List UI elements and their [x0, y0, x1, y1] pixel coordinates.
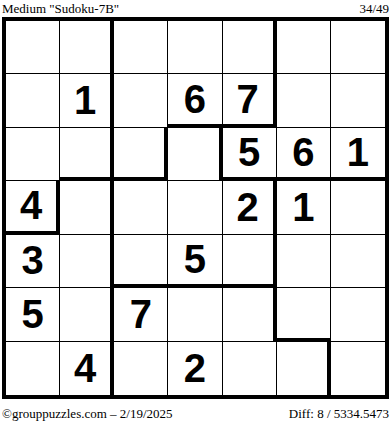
cell-r6c6[interactable] [277, 288, 331, 341]
cell-r3c2[interactable] [60, 128, 114, 181]
cell-r1c6[interactable] [277, 21, 331, 74]
cell-r5c5[interactable] [223, 235, 277, 288]
cell-r6c4[interactable] [168, 288, 222, 341]
header: Medium "Sudoku-7B" 34/49 [2, 1, 389, 16]
cell-r7c5[interactable] [223, 342, 277, 395]
cell-r3c4[interactable] [168, 128, 222, 181]
cell-r2c5: 7 [223, 74, 277, 127]
cell-r3c5: 5 [223, 128, 277, 181]
cell-r5c7[interactable] [331, 235, 385, 288]
cell-r6c3: 7 [114, 288, 168, 341]
cell-r5c3[interactable] [114, 235, 168, 288]
cell-r4c1: 4 [6, 181, 60, 234]
cell-r3c6: 6 [277, 128, 331, 181]
cell-r1c2[interactable] [60, 21, 114, 74]
cell-r4c4[interactable] [168, 181, 222, 234]
cell-r4c2[interactable] [60, 181, 114, 234]
progress-counter: 34/49 [359, 1, 389, 16]
cell-r5c1: 3 [6, 235, 60, 288]
cell-r3c3[interactable] [114, 128, 168, 181]
difficulty-text: Diff: 8 / 5334.5473 [289, 406, 389, 421]
puzzle-title: Medium "Sudoku-7B" [2, 1, 119, 16]
cell-r1c1[interactable] [6, 21, 60, 74]
cell-r2c1[interactable] [6, 74, 60, 127]
cell-r4c5: 2 [223, 181, 277, 234]
cell-r4c6: 1 [277, 181, 331, 234]
cell-r2c6[interactable] [277, 74, 331, 127]
cell-r2c7[interactable] [331, 74, 385, 127]
cell-r7c7[interactable] [331, 342, 385, 395]
copyright-text: ©grouppuzzles.com – 2/19/2025 [2, 406, 173, 421]
cell-r7c4: 2 [168, 342, 222, 395]
cell-r4c3[interactable] [114, 181, 168, 234]
cell-r7c2: 4 [60, 342, 114, 395]
footer: ©grouppuzzles.com – 2/19/2025 Diff: 8 / … [2, 406, 389, 421]
cell-r5c6[interactable] [277, 235, 331, 288]
cell-r7c1[interactable] [6, 342, 60, 395]
cell-r3c1[interactable] [6, 128, 60, 181]
cell-r5c2[interactable] [60, 235, 114, 288]
cell-r1c3[interactable] [114, 21, 168, 74]
cell-r4c7[interactable] [331, 181, 385, 234]
cell-r2c4: 6 [168, 74, 222, 127]
cell-r2c2: 1 [60, 74, 114, 127]
cell-r6c2[interactable] [60, 288, 114, 341]
page: { "game": "jigsaw-sudoku-7x7 (grouppuzzl… [0, 0, 391, 426]
cell-r1c7[interactable] [331, 21, 385, 74]
cell-r3c7: 1 [331, 128, 385, 181]
cell-r6c5[interactable] [223, 288, 277, 341]
cell-r1c5[interactable] [223, 21, 277, 74]
sudoku-board: 167561421355742 [2, 17, 389, 399]
cell-r5c4: 5 [168, 235, 222, 288]
cell-r7c3[interactable] [114, 342, 168, 395]
cell-r6c1: 5 [6, 288, 60, 341]
cell-r6c7[interactable] [331, 288, 385, 341]
cell-r1c4[interactable] [168, 21, 222, 74]
cell-r7c6[interactable] [277, 342, 331, 395]
cell-r2c3[interactable] [114, 74, 168, 127]
